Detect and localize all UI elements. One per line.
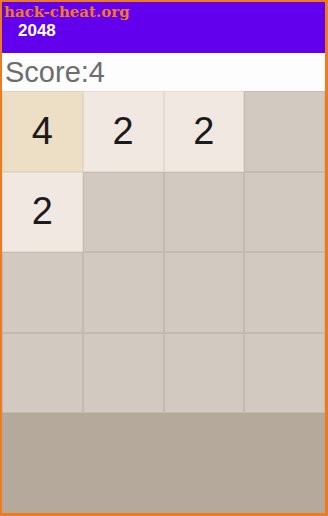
empty-cell (244, 91, 325, 172)
watermark-text: hack-cheat.org (2, 2, 325, 21)
game-board[interactable]: 4222 (2, 91, 325, 413)
empty-cell (2, 333, 83, 414)
tile-4: 4 (2, 91, 83, 172)
empty-cell (2, 252, 83, 333)
app-window: hack-cheat.org 2048 Score:4 4222 (0, 0, 328, 516)
empty-cell (244, 172, 325, 253)
score-bar: Score:4 (2, 53, 325, 91)
empty-cell (83, 252, 164, 333)
board-footer-area (2, 413, 325, 513)
empty-cell (244, 252, 325, 333)
empty-cell (83, 333, 164, 414)
app-content: hack-cheat.org 2048 Score:4 4222 (2, 2, 325, 513)
empty-cell (164, 172, 245, 253)
empty-cell (244, 333, 325, 414)
tile-2: 2 (164, 91, 245, 172)
tile-2: 2 (2, 172, 83, 253)
score-text: Score:4 (5, 56, 105, 89)
empty-cell (164, 252, 245, 333)
app-header: hack-cheat.org 2048 (2, 2, 325, 53)
app-title: 2048 (2, 21, 325, 40)
empty-cell (164, 333, 245, 414)
empty-cell (83, 172, 164, 253)
tile-2: 2 (83, 91, 164, 172)
